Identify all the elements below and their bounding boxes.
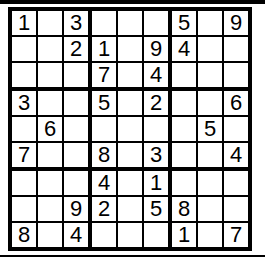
cell-r4c8[interactable] [198, 91, 222, 115]
cell-r4c5[interactable] [118, 91, 142, 115]
cell-r6c8[interactable] [198, 143, 222, 167]
cell-r2c3[interactable]: 2 [64, 37, 88, 61]
cell-r4c4[interactable]: 5 [92, 91, 116, 115]
cell-r8c9[interactable] [224, 197, 248, 221]
cell-r9c5[interactable] [118, 223, 142, 247]
cell-r9c2[interactable] [38, 223, 62, 247]
cell-r8c4[interactable]: 2 [92, 197, 116, 221]
cell-r6c9[interactable]: 4 [224, 143, 248, 167]
cell-r5c9[interactable] [224, 117, 248, 141]
cell-r1c3[interactable]: 3 [64, 11, 88, 35]
cell-r8c6[interactable]: 5 [144, 197, 168, 221]
cell-r4c1[interactable]: 3 [12, 91, 36, 115]
cell-r8c8[interactable] [198, 197, 222, 221]
cell-r7c2[interactable] [38, 171, 62, 195]
cell-r7c4[interactable]: 4 [92, 171, 116, 195]
cell-r6c7[interactable] [172, 143, 196, 167]
top-rule [0, 0, 265, 4]
cell-r9c1[interactable]: 8 [12, 223, 36, 247]
cell-r5c3[interactable] [64, 117, 88, 141]
cell-r1c4[interactable] [92, 11, 116, 35]
cell-r1c2[interactable] [38, 11, 62, 35]
cell-r8c2[interactable] [38, 197, 62, 221]
bottom-rule [0, 255, 265, 257]
cell-r7c3[interactable] [64, 171, 88, 195]
cell-r8c3[interactable]: 9 [64, 197, 88, 221]
cell-r8c5[interactable] [118, 197, 142, 221]
cell-r9c3[interactable]: 4 [64, 223, 88, 247]
cell-r2c4[interactable]: 1 [92, 37, 116, 61]
cell-r5c1[interactable] [12, 117, 36, 141]
cell-r7c7[interactable] [172, 171, 196, 195]
cell-r2c9[interactable] [224, 37, 248, 61]
cell-r7c9[interactable] [224, 171, 248, 195]
cell-r7c8[interactable] [198, 171, 222, 195]
cell-r4c9[interactable]: 6 [224, 91, 248, 115]
cell-r5c4[interactable] [92, 117, 116, 141]
cell-r5c7[interactable] [172, 117, 196, 141]
cell-r9c9[interactable]: 7 [224, 223, 248, 247]
cell-r4c6[interactable]: 2 [144, 91, 168, 115]
cell-r6c1[interactable]: 7 [12, 143, 36, 167]
cell-r7c1[interactable] [12, 171, 36, 195]
cell-r1c9[interactable]: 9 [224, 11, 248, 35]
sudoku-board: 135921947435266578344192588417 [8, 7, 252, 251]
cell-r9c6[interactable] [144, 223, 168, 247]
cell-r4c2[interactable] [38, 91, 62, 115]
cell-r2c8[interactable] [198, 37, 222, 61]
cell-r3c2[interactable] [38, 63, 62, 87]
cell-r3c3[interactable] [64, 63, 88, 87]
cell-r3c1[interactable] [12, 63, 36, 87]
cell-r2c1[interactable] [12, 37, 36, 61]
cell-r2c2[interactable] [38, 37, 62, 61]
cell-r1c7[interactable]: 5 [172, 11, 196, 35]
cell-r6c2[interactable] [38, 143, 62, 167]
cell-r5c5[interactable] [118, 117, 142, 141]
cell-r2c5[interactable] [118, 37, 142, 61]
cell-r7c5[interactable] [118, 171, 142, 195]
cell-r6c5[interactable] [118, 143, 142, 167]
cell-r5c8[interactable]: 5 [198, 117, 222, 141]
cell-r6c6[interactable]: 3 [144, 143, 168, 167]
cell-r6c4[interactable]: 8 [92, 143, 116, 167]
cell-r1c5[interactable] [118, 11, 142, 35]
cell-r8c7[interactable]: 8 [172, 197, 196, 221]
cell-r3c4[interactable]: 7 [92, 63, 116, 87]
cell-r3c8[interactable] [198, 63, 222, 87]
cell-r1c1[interactable]: 1 [12, 11, 36, 35]
cell-r2c7[interactable]: 4 [172, 37, 196, 61]
cell-r1c6[interactable] [144, 11, 168, 35]
cell-r4c3[interactable] [64, 91, 88, 115]
cell-r3c9[interactable] [224, 63, 248, 87]
cell-r7c6[interactable]: 1 [144, 171, 168, 195]
cell-r9c4[interactable] [92, 223, 116, 247]
cell-r3c6[interactable]: 4 [144, 63, 168, 87]
cell-r5c2[interactable]: 6 [38, 117, 62, 141]
cell-r5c6[interactable] [144, 117, 168, 141]
cell-r8c1[interactable] [12, 197, 36, 221]
cell-r9c7[interactable]: 1 [172, 223, 196, 247]
cell-r1c8[interactable] [198, 11, 222, 35]
cell-r6c3[interactable] [64, 143, 88, 167]
cell-r3c7[interactable] [172, 63, 196, 87]
cell-r9c8[interactable] [198, 223, 222, 247]
cell-r2c6[interactable]: 9 [144, 37, 168, 61]
cell-r4c7[interactable] [172, 91, 196, 115]
cell-r3c5[interactable] [118, 63, 142, 87]
